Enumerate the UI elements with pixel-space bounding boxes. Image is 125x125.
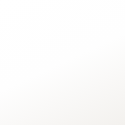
chinese-checkers-photo (0, 0, 125, 125)
